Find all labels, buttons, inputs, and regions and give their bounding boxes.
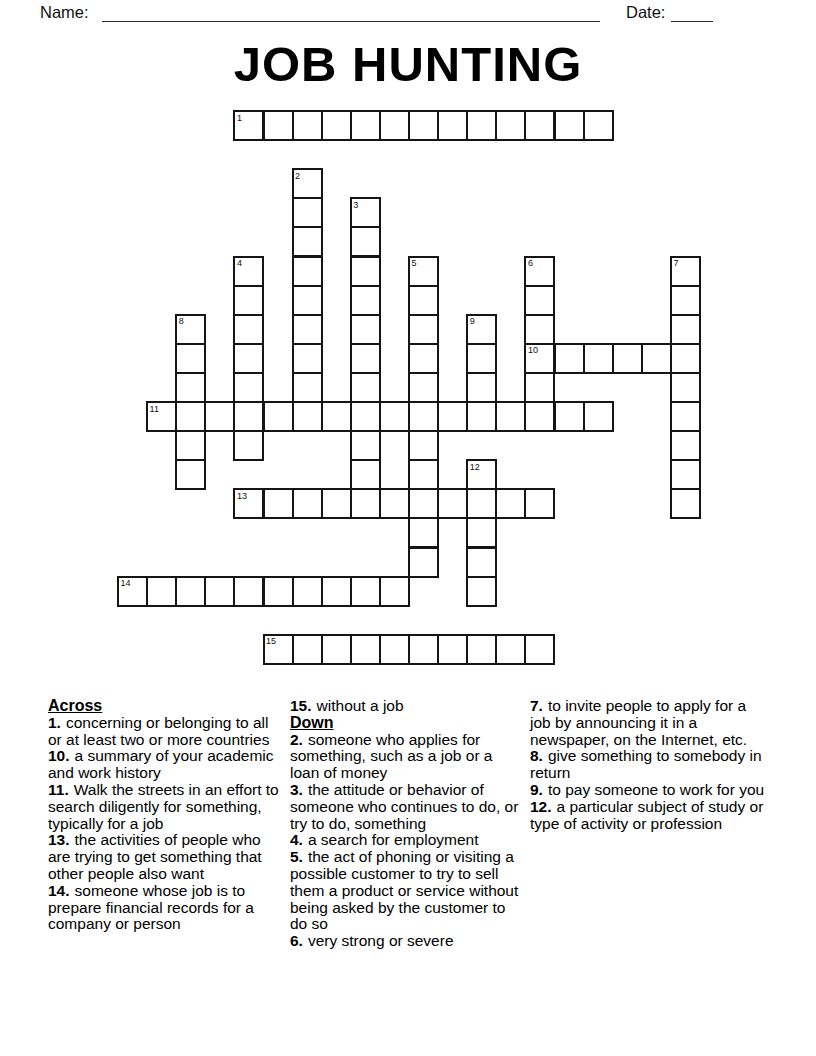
grid-cell[interactable]: [292, 285, 323, 316]
grid-cell[interactable]: [583, 343, 614, 374]
clue-across-1: 1.concerning or belonging to all or at l…: [48, 715, 286, 749]
clues-column-1: Across 1.concerning or belonging to all …: [48, 698, 286, 933]
cell-number: 11: [150, 404, 159, 414]
grid-cell[interactable]: [292, 576, 323, 607]
cell-number: 6: [528, 258, 533, 268]
grid-cell[interactable]: [554, 110, 585, 141]
grid-cell[interactable]: [292, 343, 323, 374]
grid-cell[interactable]: [554, 343, 585, 374]
grid-cell[interactable]: [524, 372, 555, 403]
clue-down-7: 7.to invite people to apply for a job by…: [530, 698, 770, 748]
grid-cell[interactable]: [292, 634, 323, 665]
grid-cell[interactable]: [379, 488, 410, 519]
cell-number: 5: [412, 258, 417, 268]
grid-cell[interactable]: [612, 343, 643, 374]
grid-cell[interactable]: [408, 343, 439, 374]
grid-cell[interactable]: [292, 401, 323, 432]
grid-cell[interactable]: [263, 488, 294, 519]
cell-number: 9: [470, 316, 475, 326]
grid-cell[interactable]: [292, 226, 323, 257]
grid-cell[interactable]: [175, 430, 206, 461]
down-header: Down: [290, 715, 520, 732]
grid-cell[interactable]: [466, 372, 497, 403]
grid-cell[interactable]: [583, 110, 614, 141]
grid-cell[interactable]: [437, 110, 468, 141]
name-label: Name:: [40, 3, 89, 22]
grid-cell[interactable]: [641, 343, 672, 374]
grid-cell[interactable]: [408, 547, 439, 578]
grid-cell[interactable]: [350, 459, 381, 490]
grid-cell[interactable]: [263, 401, 294, 432]
grid-cell[interactable]: [175, 459, 206, 490]
grid-cell[interactable]: [233, 576, 264, 607]
grid-cell[interactable]: [350, 226, 381, 257]
grid-cell[interactable]: [350, 256, 381, 287]
grid-cell[interactable]: [408, 634, 439, 665]
grid-cell[interactable]: [292, 110, 323, 141]
date-input-line[interactable]: [671, 3, 713, 22]
date-label: Date:: [626, 3, 665, 22]
grid-cell[interactable]: [437, 634, 468, 665]
grid-cell[interactable]: [321, 110, 352, 141]
grid-cell[interactable]: [292, 372, 323, 403]
clue-down-3: 3.the attitude or behavior of someone wh…: [290, 782, 520, 832]
cell-number: 2: [295, 171, 300, 181]
grid-cell[interactable]: [466, 547, 497, 578]
clue-down-8: 8.give something to somebody in return: [530, 748, 770, 782]
grid-cell[interactable]: [379, 110, 410, 141]
grid-cell[interactable]: [670, 343, 701, 374]
grid-cell[interactable]: [466, 576, 497, 607]
grid-cell[interactable]: [670, 488, 701, 519]
clue-across-11: 11.Walk the streets in an effort to sear…: [48, 782, 286, 832]
grid-cell[interactable]: [670, 430, 701, 461]
grid-cell[interactable]: [408, 285, 439, 316]
grid-cell[interactable]: [175, 401, 206, 432]
across-header: Across: [48, 698, 286, 715]
clues-column-2: 15.without a job Down 2.someone who appl…: [290, 698, 520, 950]
grid-cell[interactable]: [495, 401, 526, 432]
grid-cell[interactable]: [204, 576, 235, 607]
page-title: JOB HUNTING: [0, 36, 816, 92]
grid-cell[interactable]: [146, 576, 177, 607]
grid-cell[interactable]: [583, 401, 614, 432]
grid-cell[interactable]: [670, 401, 701, 432]
grid-cell[interactable]: [408, 459, 439, 490]
grid-cell[interactable]: [466, 343, 497, 374]
grid-cell[interactable]: [466, 517, 497, 548]
grid-cell[interactable]: [554, 401, 585, 432]
grid-cell[interactable]: [175, 576, 206, 607]
clues-column-3: 7.to invite people to apply for a job by…: [530, 698, 770, 832]
grid-cell[interactable]: [524, 285, 555, 316]
grid-cell[interactable]: [379, 634, 410, 665]
grid-cell[interactable]: [321, 634, 352, 665]
grid-cell[interactable]: [204, 401, 235, 432]
grid-cell[interactable]: [524, 314, 555, 345]
clue-across-13: 13.the activities of people who are tryi…: [48, 832, 286, 882]
grid-cell[interactable]: [263, 110, 294, 141]
grid-cell[interactable]: [408, 314, 439, 345]
grid-cell[interactable]: [350, 488, 381, 519]
grid-cell[interactable]: [408, 110, 439, 141]
grid-cell[interactable]: [350, 634, 381, 665]
cell-number: 4: [237, 258, 242, 268]
grid-cell[interactable]: [466, 634, 497, 665]
grid-cell[interactable]: [233, 401, 264, 432]
clue-across-14: 14.someone whose job is to prepare finan…: [48, 883, 286, 933]
cell-number: 12: [470, 462, 480, 472]
name-input-line[interactable]: [102, 3, 600, 22]
clue-across-10: 10.a summary of your academic and work h…: [48, 748, 286, 782]
grid-cell[interactable]: [408, 372, 439, 403]
grid-cell[interactable]: [263, 576, 294, 607]
grid-cell[interactable]: [495, 110, 526, 141]
clue-down-2: 2.someone who applies for something, suc…: [290, 732, 520, 782]
grid-cell[interactable]: [233, 314, 264, 345]
grid-cell[interactable]: [524, 488, 555, 519]
grid-cell[interactable]: [408, 517, 439, 548]
grid-cell[interactable]: [350, 110, 381, 141]
grid-cell[interactable]: [292, 256, 323, 287]
grid-cell[interactable]: [233, 343, 264, 374]
grid-cell[interactable]: [292, 197, 323, 228]
grid-cell[interactable]: [524, 401, 555, 432]
grid-cell[interactable]: [350, 343, 381, 374]
grid-cell[interactable]: [233, 372, 264, 403]
clue-down-6: 6.very strong or severe: [290, 933, 520, 950]
grid-cell[interactable]: [292, 488, 323, 519]
grid-cell[interactable]: [321, 401, 352, 432]
grid-cell[interactable]: [175, 343, 206, 374]
clue-down-9: 9.to pay someone to work for you: [530, 782, 770, 799]
grid-cell[interactable]: [233, 285, 264, 316]
grid-cell[interactable]: [379, 401, 410, 432]
cell-number: 13: [237, 491, 247, 501]
grid-cell[interactable]: [670, 314, 701, 345]
cell-number: 3: [353, 200, 358, 210]
grid-cell[interactable]: [466, 488, 497, 519]
crossword-grid: 123456789101112131415: [117, 110, 701, 665]
worksheet-page: Name: Date: JOB HUNTING 1234567891011121…: [0, 0, 816, 1056]
grid-cell[interactable]: [350, 430, 381, 461]
grid-cell[interactable]: [495, 488, 526, 519]
clue-down-5: 5.the act of phoning or visiting a possi…: [290, 849, 520, 933]
cell-number: 1: [237, 113, 242, 123]
cell-number: 14: [121, 578, 131, 588]
cell-number: 8: [179, 316, 184, 326]
cell-number: 15: [266, 636, 276, 646]
grid-cell[interactable]: [437, 488, 468, 519]
clue-across-15: 15.without a job: [290, 698, 520, 715]
grid-cell[interactable]: [408, 430, 439, 461]
grid-cell[interactable]: [670, 372, 701, 403]
grid-cell[interactable]: [466, 110, 497, 141]
grid-cell[interactable]: [466, 401, 497, 432]
grid-cell[interactable]: [379, 576, 410, 607]
grid-cell[interactable]: [495, 634, 526, 665]
clue-down-4: 4.a search for employment: [290, 832, 520, 849]
grid-cell[interactable]: [350, 314, 381, 345]
clue-down-12: 12.a particular subject of study or type…: [530, 799, 770, 833]
cell-number: 7: [673, 258, 678, 268]
grid-cell[interactable]: [437, 401, 468, 432]
grid-cell[interactable]: [670, 459, 701, 490]
grid-cell[interactable]: [233, 430, 264, 461]
grid-cell[interactable]: [524, 110, 555, 141]
grid-cell[interactable]: [292, 314, 323, 345]
grid-cell[interactable]: [350, 372, 381, 403]
cell-number: 10: [528, 345, 538, 355]
grid-cell[interactable]: [350, 285, 381, 316]
grid-cell[interactable]: [408, 488, 439, 519]
grid-cell[interactable]: [321, 488, 352, 519]
grid-cell[interactable]: [350, 401, 381, 432]
grid-cell[interactable]: [670, 285, 701, 316]
grid-cell[interactable]: [321, 576, 352, 607]
grid-cell[interactable]: [350, 576, 381, 607]
grid-cell[interactable]: [524, 634, 555, 665]
grid-cell[interactable]: [408, 401, 439, 432]
grid-cell[interactable]: [175, 372, 206, 403]
